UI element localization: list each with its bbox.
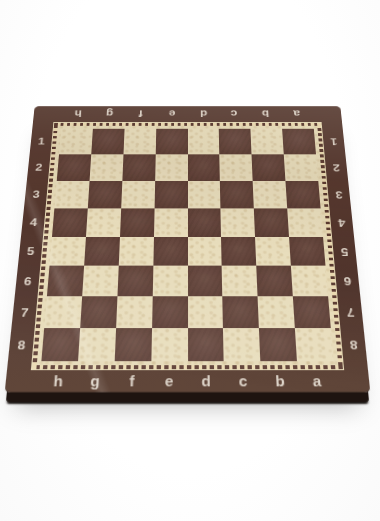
file-labels-top: hgfedcba — [62, 106, 313, 122]
file-label-top-e: e — [156, 106, 187, 122]
rank-label-left-5: 5 — [18, 237, 43, 266]
square-c2 — [220, 154, 253, 180]
square-c7 — [223, 296, 260, 328]
square-d4 — [188, 208, 222, 236]
square-f4 — [120, 208, 154, 236]
square-b1 — [251, 129, 284, 155]
rank-label-left-6: 6 — [15, 266, 41, 297]
square-h5 — [49, 237, 85, 266]
file-label-bottom-h: h — [39, 370, 78, 392]
square-f5 — [118, 237, 153, 266]
file-label-bottom-b: b — [261, 370, 299, 392]
square-d6 — [188, 266, 223, 297]
square-a3 — [286, 181, 321, 208]
square-c5 — [221, 237, 256, 266]
square-g8 — [78, 328, 116, 361]
square-c4 — [221, 208, 255, 236]
rank-label-right-7: 7 — [337, 296, 363, 328]
square-e8 — [151, 328, 188, 361]
square-h3 — [54, 181, 89, 208]
square-a4 — [287, 208, 323, 236]
square-f6 — [117, 266, 153, 297]
square-g4 — [86, 208, 121, 236]
square-g5 — [84, 237, 120, 266]
file-labels-bottom: hgfedcba — [39, 370, 337, 392]
playing-field — [31, 122, 344, 370]
square-e5 — [153, 237, 188, 266]
square-f7 — [116, 296, 153, 328]
file-label-top-b: b — [250, 106, 282, 122]
square-a5 — [289, 237, 325, 266]
square-e2 — [155, 154, 188, 180]
rank-label-right-1: 1 — [322, 129, 345, 155]
square-d1 — [188, 129, 220, 155]
file-label-bottom-e: e — [150, 370, 187, 392]
rank-label-left-1: 1 — [30, 129, 53, 155]
file-label-top-a: a — [281, 106, 313, 122]
rank-label-right-8: 8 — [340, 328, 367, 361]
square-b3 — [253, 181, 287, 208]
rank-label-right-6: 6 — [335, 266, 361, 297]
square-b5 — [255, 237, 291, 266]
square-c1 — [219, 129, 252, 155]
square-e6 — [152, 266, 187, 297]
square-a7 — [293, 296, 331, 328]
file-label-top-g: g — [93, 106, 125, 122]
file-label-top-d: d — [188, 106, 219, 122]
square-e3 — [154, 181, 187, 208]
square-b2 — [252, 154, 286, 180]
square-c8 — [223, 328, 260, 361]
square-g2 — [89, 154, 123, 180]
square-b4 — [254, 208, 289, 236]
chess-board: hgfedcba hgfedcba 12345678 12345678 — [5, 106, 371, 392]
file-label-top-h: h — [62, 106, 94, 122]
square-b7 — [258, 296, 295, 328]
square-c3 — [220, 181, 254, 208]
square-h7 — [44, 296, 82, 328]
square-e7 — [152, 296, 188, 328]
square-g7 — [80, 296, 117, 328]
square-a2 — [284, 154, 318, 180]
square-g1 — [91, 129, 124, 155]
square-d3 — [188, 181, 221, 208]
square-d5 — [188, 237, 223, 266]
square-g3 — [88, 181, 122, 208]
square-f1 — [123, 129, 156, 155]
square-g6 — [82, 266, 118, 297]
square-h4 — [52, 208, 88, 236]
square-a8 — [295, 328, 334, 361]
square-d2 — [188, 154, 221, 180]
rank-label-left-8: 8 — [8, 328, 35, 361]
file-label-bottom-c: c — [224, 370, 262, 392]
file-label-top-c: c — [219, 106, 251, 122]
rank-label-left-4: 4 — [21, 208, 46, 236]
square-a1 — [282, 129, 316, 155]
board-scene: hgfedcba hgfedcba 12345678 12345678 — [21, 85, 354, 387]
square-f3 — [121, 181, 155, 208]
square-b8 — [259, 328, 297, 361]
square-h2 — [57, 154, 91, 180]
file-label-bottom-a: a — [298, 370, 337, 392]
rank-label-left-7: 7 — [11, 296, 37, 328]
rank-label-left-3: 3 — [24, 181, 48, 208]
squares-grid — [41, 129, 333, 361]
square-f8 — [114, 328, 151, 361]
rank-label-right-5: 5 — [332, 237, 357, 266]
square-b6 — [257, 266, 293, 297]
file-label-bottom-d: d — [188, 370, 225, 392]
square-c6 — [222, 266, 258, 297]
file-label-bottom-f: f — [113, 370, 151, 392]
rank-label-right-4: 4 — [329, 208, 354, 236]
file-label-bottom-g: g — [76, 370, 114, 392]
rank-label-left-2: 2 — [27, 154, 51, 180]
square-d7 — [188, 296, 224, 328]
square-a6 — [291, 266, 328, 297]
square-e1 — [155, 129, 187, 155]
product-photo-background: hgfedcba hgfedcba 12345678 12345678 — [0, 0, 380, 521]
square-e4 — [154, 208, 188, 236]
file-label-top-f: f — [125, 106, 157, 122]
square-h6 — [47, 266, 84, 297]
square-h1 — [59, 129, 93, 155]
rank-label-right-2: 2 — [325, 154, 349, 180]
square-f2 — [122, 154, 155, 180]
square-h8 — [41, 328, 80, 361]
rank-label-right-3: 3 — [327, 181, 351, 208]
square-d8 — [188, 328, 225, 361]
